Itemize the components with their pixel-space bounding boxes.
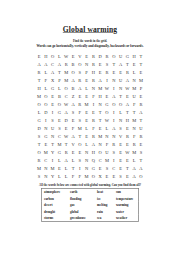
grid-cell-r7-c1: D — [42, 108, 49, 116]
grid-cell-r2-c12: E — [117, 68, 124, 76]
grid-cell-r15-c0: S — [36, 172, 43, 180]
grid-cell-r2-c5: O — [70, 68, 77, 76]
grid-cell-r10-c5: A — [70, 132, 77, 140]
grid-cell-r10-c12: V — [117, 132, 124, 140]
grid-cell-r14-c13: T — [124, 164, 131, 172]
grid-cell-r7-c13: T — [124, 108, 131, 116]
grid-cell-r11-c10: F — [104, 140, 111, 148]
grid-cell-r9-c0: D — [36, 124, 43, 132]
grid-cell-r6-c10: G — [104, 100, 111, 108]
grid-cell-r0-c9: D — [97, 52, 104, 60]
grid-cell-r13-c6: S — [76, 156, 83, 164]
grid-cell-r4-c7: L — [83, 84, 90, 92]
grid-cell-r15-c6: F — [76, 172, 83, 180]
grid-cell-r6-c7: M — [83, 100, 90, 108]
grid-cell-r9-c1: N — [42, 124, 49, 132]
grid-cell-r7-c3: G — [56, 108, 63, 116]
grid-cell-r3-c9: A — [97, 76, 104, 84]
grid-cell-r7-c2: I — [49, 108, 56, 116]
grid-cell-r11-c2: T — [49, 140, 56, 148]
grid-cell-r7-c14: T — [131, 108, 138, 116]
grid-cell-r15-c13: E — [124, 172, 131, 180]
grid-cell-r5-c2: E — [49, 92, 56, 100]
grid-cell-r1-c15: T — [138, 60, 145, 68]
grid-cell-r11-c8: A — [90, 140, 97, 148]
grid-cell-r1-c11: T — [110, 60, 117, 68]
grid-cell-r12-c15: S — [138, 148, 145, 156]
grid-cell-r10-c6: T — [76, 132, 83, 140]
grid-cell-r3-c10: I — [104, 76, 111, 84]
word-item: heat — [95, 188, 114, 195]
grid-cell-r6-c2: E — [49, 100, 56, 108]
grid-cell-r15-c1: N — [42, 172, 49, 180]
grid-cell-r14-c6: I — [76, 164, 83, 172]
grid-cell-r7-c8: E — [90, 108, 97, 116]
grid-cell-r14-c2: M — [49, 164, 56, 172]
grid-cell-r7-c4: A — [63, 108, 70, 116]
grid-cell-r12-c6: E — [76, 148, 83, 156]
grid-cell-r8-c9: T — [97, 116, 104, 124]
grid-cell-r5-c4: C — [63, 92, 70, 100]
grid-cell-r10-c8: R — [90, 132, 97, 140]
grid-cell-r12-c4: R — [63, 148, 70, 156]
grid-cell-r15-c8: O — [90, 172, 97, 180]
grid-cell-r5-c10: E — [104, 92, 111, 100]
grid-cell-r8-c12: N — [117, 116, 124, 124]
grid-cell-r2-c2: A — [49, 68, 56, 76]
grid-cell-r3-c6: R — [76, 76, 83, 84]
grid-cell-r4-c4: O — [63, 84, 70, 92]
grid-cell-r10-c11: N — [110, 132, 117, 140]
grid-cell-r11-c1: E — [42, 140, 49, 148]
grid-cell-r3-c14: N — [131, 76, 138, 84]
grid-cell-r0-c15: T — [138, 52, 145, 60]
grid-cell-r15-c14: A — [131, 172, 138, 180]
grid-cell-r9-c13: E — [124, 124, 131, 132]
grid-cell-r14-c15: A — [138, 164, 145, 172]
grid-cell-r8-c2: S — [49, 116, 56, 124]
grid-cell-r10-c4: W — [63, 132, 70, 140]
instruction-line-1: Find the words in the grid. — [73, 40, 107, 43]
word-item: atmosphere — [42, 188, 68, 195]
grid-cell-r3-c13: A — [124, 76, 131, 84]
grid-cell-r3-c1: F — [42, 76, 49, 84]
grid-cell-r0-c4: W — [63, 52, 70, 60]
grid-cell-r13-c1: C — [42, 156, 49, 164]
grid-cell-r11-c11: R — [110, 140, 117, 148]
grid-cell-r13-c10: M — [104, 156, 111, 164]
grid-cell-r5-c13: E — [124, 92, 131, 100]
instruction-line-2: Words can go horizontally, vertically an… — [36, 44, 143, 48]
grid-cell-r8-c6: S — [76, 116, 83, 124]
grid-cell-r11-c9: N — [97, 140, 104, 148]
grid-cell-r6-c9: N — [97, 100, 104, 108]
grid-cell-r13-c13: E — [124, 156, 131, 164]
grid-cell-r13-c11: I — [110, 156, 117, 164]
grid-cell-r2-c4: M — [63, 68, 70, 76]
grid-cell-r4-c14: M — [131, 84, 138, 92]
grid-cell-r15-c7: M — [83, 172, 90, 180]
grid-cell-r12-c11: S — [110, 148, 117, 156]
grid-cell-r6-c13: A — [124, 100, 131, 108]
grid-cell-r14-c3: E — [56, 164, 63, 172]
grid-cell-r15-c9: X — [97, 172, 104, 180]
grid-cell-r14-c9: E — [97, 164, 104, 172]
grid-cell-r6-c14: F — [131, 100, 138, 108]
grid-cell-r8-c13: H — [124, 116, 131, 124]
grid-cell-r0-c11: O — [110, 52, 117, 60]
grid-cell-r10-c9: M — [97, 132, 104, 140]
grid-cell-r10-c3: C — [56, 132, 63, 140]
grid-cell-r1-c1: A — [42, 60, 49, 68]
grid-cell-r7-c10: O — [104, 108, 111, 116]
grid-cell-r12-c12: E — [117, 148, 124, 156]
grid-cell-r1-c7: N — [83, 60, 90, 68]
grid-cell-r11-c4: T — [63, 140, 70, 148]
grid-cell-r9-c14: N — [131, 124, 138, 132]
grid-cell-r2-c11: E — [110, 68, 117, 76]
grid-cell-r13-c8: Q — [90, 156, 97, 164]
grid-cell-r10-c13: R — [124, 132, 131, 140]
grid-cell-r3-c3: P — [56, 76, 63, 84]
grid-cell-r11-c6: O — [76, 140, 83, 148]
grid-cell-r9-c8: F — [90, 124, 97, 132]
grid-cell-r1-c9: E — [97, 60, 104, 68]
grid-cell-r1-c6: O — [76, 60, 83, 68]
grid-cell-r10-c14: F — [131, 132, 138, 140]
grid-cell-r13-c2: I — [49, 156, 56, 164]
grid-cell-r2-c3: T — [56, 68, 63, 76]
grid-cell-r15-c10: E — [104, 172, 111, 180]
grid-cell-r1-c14: E — [131, 60, 138, 68]
grid-cell-r2-c15: E — [138, 68, 145, 76]
grid-cell-r5-c14: U — [131, 92, 138, 100]
grid-cell-r0-c3: L — [56, 52, 63, 60]
grid-cell-r14-c0: M — [36, 164, 43, 172]
grid-cell-r4-c5: B — [70, 84, 77, 92]
grid-cell-r0-c6: V — [76, 52, 83, 60]
grid-cell-r4-c15: P — [138, 84, 145, 92]
grid-cell-r14-c11: C — [110, 164, 117, 172]
grid-cell-r4-c10: W — [104, 84, 111, 92]
grid-cell-r6-c1: O — [42, 100, 49, 108]
grid-cell-r5-c3: B — [56, 92, 63, 100]
grid-cell-r10-c1: G — [42, 132, 49, 140]
grid-cell-r5-c11: A — [110, 92, 117, 100]
grid-cell-r5-c0: M — [36, 92, 43, 100]
page-title: Global warming — [63, 25, 117, 34]
grid-cell-r5-c9: H — [97, 92, 104, 100]
grid-cell-r4-c1: L — [42, 84, 49, 92]
grid-cell-r7-c11: I — [110, 108, 117, 116]
grid-cell-r9-c3: S — [56, 124, 63, 132]
grid-cell-r8-c10: W — [104, 116, 111, 124]
grid-cell-r13-c14: L — [131, 156, 138, 164]
grid-cell-r7-c9: T — [97, 108, 104, 116]
grid-cell-r0-c13: G — [124, 52, 131, 60]
grid-cell-r6-c0: O — [36, 100, 43, 108]
grid-cell-r8-c14: M — [131, 116, 138, 124]
grid-cell-r12-c1: M — [42, 148, 49, 156]
grid-cell-r12-c0: O — [36, 148, 43, 156]
grid-cell-r3-c0: T — [36, 76, 43, 84]
grid-cell-r12-c14: M — [131, 148, 138, 156]
worksheet-page: Global warming Find the words in the gri… — [0, 0, 180, 256]
grid-cell-r10-c0: S — [36, 132, 43, 140]
grid-cell-r5-c5: Z — [70, 92, 77, 100]
word-table-body: atmosphereearthheatsuncarbonfloodingicet… — [42, 188, 139, 221]
grid-cell-r12-c13: W — [124, 148, 131, 156]
grid-cell-r12-c7: N — [83, 148, 90, 156]
grid-cell-r15-c12: S — [117, 172, 124, 180]
grid-cell-r11-c15: E — [138, 140, 145, 148]
grid-cell-r4-c6: A — [76, 84, 83, 92]
worksheet-thumbnail: Global warming Find the words in the gri… — [0, 0, 180, 256]
grid-cell-r5-c12: T — [117, 92, 124, 100]
grid-cell-r0-c8: R — [90, 52, 97, 60]
grid-cell-r3-c12: U — [117, 76, 124, 84]
grid-cell-r2-c7: P — [83, 68, 90, 76]
grid-cell-r2-c13: R — [124, 68, 131, 76]
grid-cell-r3-c4: M — [63, 76, 70, 84]
grid-cell-r7-c15: A — [138, 108, 145, 116]
grid-cell-r6-c5: A — [70, 100, 77, 108]
grid-cell-r11-c0: T — [36, 140, 43, 148]
grid-cell-r8-c11: I — [110, 116, 117, 124]
grid-cell-r2-c1: L — [42, 68, 49, 76]
grid-cell-r2-c10: R — [104, 68, 111, 76]
grid-cell-r0-c10: R — [104, 52, 111, 60]
grid-cell-r0-c7: E — [83, 52, 90, 60]
grid-cell-r10-c2: N — [49, 132, 56, 140]
grid-cell-r11-c14: R — [131, 140, 138, 148]
grid-cell-r15-c2: Y — [49, 172, 56, 180]
grid-cell-r14-c5: T — [70, 164, 77, 172]
word-item: sun — [114, 188, 138, 195]
grid-cell-r12-c2: Y — [49, 148, 56, 156]
grid-cell-r4-c12: N — [117, 84, 124, 92]
grid-cell-r10-c7: E — [83, 132, 90, 140]
grid-cell-r4-c2: G — [49, 84, 56, 92]
grid-cell-r1-c0: A — [36, 60, 43, 68]
grid-cell-r8-c1: I — [42, 116, 49, 124]
grid-cell-r14-c8: G — [90, 164, 97, 172]
grid-cell-r11-c7: L — [83, 140, 90, 148]
grid-cell-r14-c10: S — [104, 164, 111, 172]
word-list-table: atmosphereearthheatsuncarbonfloodingicet… — [42, 188, 139, 222]
grid-cell-r0-c12: U — [117, 52, 124, 60]
wordsearch-grid: EHOLWEVERDROUGHTAACARBONRESTATETRLATMOSP… — [36, 52, 145, 180]
grid-cell-r7-c7: E — [83, 108, 90, 116]
grid-cell-r4-c8: N — [90, 84, 97, 92]
grid-cell-r11-c13: E — [124, 140, 131, 148]
grid-cell-r0-c0: E — [36, 52, 43, 60]
grid-cell-r15-c15: O — [138, 172, 145, 180]
grid-cell-r4-c9: M — [97, 84, 104, 92]
grid-cell-r3-c2: X — [49, 76, 56, 84]
grid-cell-r6-c12: O — [117, 100, 124, 108]
grid-cell-r9-c11: A — [110, 124, 117, 132]
grid-cell-r3-c7: E — [83, 76, 90, 84]
word-table-row: atmosphereearthheatsun — [42, 188, 139, 195]
grid-cell-r1-c3: A — [56, 60, 63, 68]
grid-cell-r7-c0: L — [36, 108, 43, 116]
grid-cell-r8-c0: G — [36, 116, 43, 124]
grid-cell-r12-c8: H — [90, 148, 97, 156]
grid-cell-r10-c10: N — [104, 132, 111, 140]
grid-cell-r2-c0: R — [36, 68, 43, 76]
word-list-caption: All the words below are connected with g… — [39, 183, 141, 186]
word-table-row: stormsgreenhouseseaweather — [42, 215, 139, 222]
grid-cell-r1-c2: C — [49, 60, 56, 68]
grid-cell-r14-c12: E — [117, 164, 124, 172]
grid-cell-r11-c12: E — [117, 140, 124, 148]
word-item: earth — [68, 188, 95, 195]
grid-cell-r5-c7: E — [83, 92, 90, 100]
grid-cell-r1-c13: T — [124, 60, 131, 68]
grid-cell-r3-c15: M — [138, 76, 145, 84]
word-item: weather — [114, 215, 138, 222]
grid-cell-r11-c5: V — [70, 140, 77, 148]
grid-cell-r10-c15: R — [138, 132, 145, 140]
grid-cell-r4-c3: L — [56, 84, 63, 92]
grid-cell-r3-c5: A — [70, 76, 77, 84]
grid-cell-r8-c4: D — [63, 116, 70, 124]
grid-cell-r1-c8: R — [90, 60, 97, 68]
grid-cell-r6-c11: O — [110, 100, 117, 108]
grid-cell-r8-c3: E — [56, 116, 63, 124]
grid-cell-r11-c3: M — [56, 140, 63, 148]
grid-cell-r14-c14: A — [131, 164, 138, 172]
grid-cell-r3-c11: N — [110, 76, 117, 84]
grid-cell-r9-c2: U — [49, 124, 56, 132]
grid-cell-r0-c14: H — [131, 52, 138, 60]
grid-cell-r6-c3: O — [56, 100, 63, 108]
grid-cell-r2-c6: S — [76, 68, 83, 76]
grid-cell-r5-c6: E — [76, 92, 83, 100]
grid-cell-r0-c1: H — [42, 52, 49, 60]
grid-cell-r1-c5: B — [70, 60, 77, 68]
grid-cell-r13-c12: E — [117, 156, 124, 164]
grid-cell-r9-c9: E — [97, 124, 104, 132]
word-item: greenhouse — [68, 215, 95, 222]
grid-cell-r6-c8: I — [90, 100, 97, 108]
grid-cell-r6-c4: W — [63, 100, 70, 108]
grid-cell-r12-c10: U — [104, 148, 111, 156]
grid-cell-r8-c5: E — [70, 116, 77, 124]
word-item: storms — [42, 215, 68, 222]
grid-cell-r13-c0: R — [36, 156, 43, 164]
grid-cell-r5-c8: F — [90, 92, 97, 100]
grid-cell-r15-c3: L — [56, 172, 63, 180]
grid-cell-r9-c12: S — [117, 124, 124, 132]
grid-cell-r1-c10: S — [104, 60, 111, 68]
grid-cell-r12-c5: E — [70, 148, 77, 156]
grid-cell-r9-c15: U — [138, 124, 145, 132]
grid-cell-r6-c6: R — [76, 100, 83, 108]
grid-cell-r2-c8: H — [90, 68, 97, 76]
grid-cell-r15-c4: L — [63, 172, 70, 180]
grid-cell-r13-c5: L — [70, 156, 77, 164]
grid-cell-r9-c5: F — [70, 124, 77, 132]
grid-cell-r14-c4: L — [63, 164, 70, 172]
grid-cell-r0-c5: E — [70, 52, 77, 60]
grid-cell-r2-c9: E — [97, 68, 104, 76]
grid-cell-r15-c11: E — [110, 172, 117, 180]
grid-cell-r4-c11: I — [110, 84, 117, 92]
grid-cell-r2-c14: L — [131, 68, 138, 76]
grid-cell-r9-c4: E — [63, 124, 70, 132]
grid-cell-r7-c12: L — [117, 108, 124, 116]
grid-cell-r8-c7: E — [83, 116, 90, 124]
grid-cell-r1-c12: A — [117, 60, 124, 68]
grid-cell-r7-c5: S — [70, 108, 77, 116]
grid-cell-r13-c15: T — [138, 156, 145, 164]
grid-cell-r9-c10: L — [104, 124, 111, 132]
grid-cell-r9-c6: M — [76, 124, 83, 132]
grid-cell-r14-c7: N — [83, 164, 90, 172]
grid-cell-r8-c8: R — [90, 116, 97, 124]
grid-cell-r8-c15: T — [138, 116, 145, 124]
grid-cell-r4-c13: W — [124, 84, 131, 92]
grid-cell-r1-c4: R — [63, 60, 70, 68]
grid-cell-r9-c7: L — [83, 124, 90, 132]
grid-cell-r13-c9: C — [97, 156, 104, 164]
grid-cell-r15-c5: F — [70, 172, 77, 180]
grid-cell-r5-c1: O — [42, 92, 49, 100]
grid-cell-r13-c3: L — [56, 156, 63, 164]
grid-cell-r5-c15: E — [138, 92, 145, 100]
grid-cell-r13-c4: A — [63, 156, 70, 164]
grid-cell-r12-c9: O — [97, 148, 104, 156]
grid-cell-r3-c8: R — [90, 76, 97, 84]
grid-cell-r0-c2: O — [49, 52, 56, 60]
grid-cell-r7-c6: F — [76, 108, 83, 116]
grid-cell-r12-c3: G — [56, 148, 63, 156]
grid-cell-r13-c7: N — [83, 156, 90, 164]
word-item: sea — [95, 215, 114, 222]
grid-cell-r4-c0: H — [36, 84, 43, 92]
grid-cell-r6-c15: R — [138, 100, 145, 108]
grid-cell-r14-c1: N — [42, 164, 49, 172]
